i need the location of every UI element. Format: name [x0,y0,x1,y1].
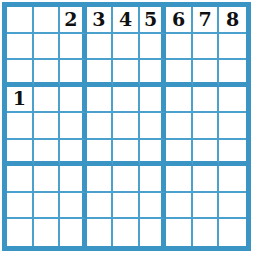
sudoku-cell-r4c8[interactable] [193,87,220,114]
sudoku-cell-r1c7[interactable]: 6 [166,7,193,34]
sudoku-cell-r3c2[interactable] [34,60,61,87]
sudoku-cell-r2c8[interactable] [193,34,220,61]
sudoku-cell-r1c5[interactable]: 4 [113,7,140,34]
sudoku-cell-r4c9[interactable] [219,87,246,114]
sudoku-cell-r2c2[interactable] [34,34,61,61]
sudoku-cell-r8c7[interactable] [166,193,193,220]
sudoku-cell-r8c4[interactable] [87,193,114,220]
sudoku-cell-r5c6[interactable] [140,113,167,140]
sudoku-cell-r5c8[interactable] [193,113,220,140]
sudoku-cell-r3c4[interactable] [87,60,114,87]
sudoku-cell-r2c4[interactable] [87,34,114,61]
sudoku-cell-r5c5[interactable] [113,113,140,140]
sudoku-cell-r1c8[interactable]: 7 [193,7,220,34]
sudoku-cell-r9c2[interactable] [34,219,61,246]
sudoku-cell-r6c3[interactable] [60,140,87,167]
sudoku-cell-r3c7[interactable] [166,60,193,87]
sudoku-cell-r2c7[interactable] [166,34,193,61]
sudoku-cell-r6c2[interactable] [34,140,61,167]
sudoku-cell-r9c4[interactable] [87,219,114,246]
sudoku-cell-r9c8[interactable] [193,219,220,246]
sudoku-cell-r2c5[interactable] [113,34,140,61]
sudoku-cell-r4c5[interactable] [113,87,140,114]
sudoku-cell-r6c1[interactable] [7,140,34,167]
sudoku-cell-r6c6[interactable] [140,140,167,167]
sudoku-cell-r7c1[interactable] [7,166,34,193]
sudoku-cell-r9c9[interactable] [219,219,246,246]
sudoku-cell-r7c6[interactable] [140,166,167,193]
sudoku-cell-r3c1[interactable] [7,60,34,87]
sudoku-cell-r6c5[interactable] [113,140,140,167]
sudoku-cell-r3c6[interactable] [140,60,167,87]
sudoku-cell-r1c1[interactable] [7,7,34,34]
sudoku-cell-r6c7[interactable] [166,140,193,167]
sudoku-cell-r7c5[interactable] [113,166,140,193]
sudoku-cell-r2c6[interactable] [140,34,167,61]
sudoku-cell-r9c3[interactable] [60,219,87,246]
sudoku-cell-r2c9[interactable] [219,34,246,61]
sudoku-cell-r5c9[interactable] [219,113,246,140]
sudoku-cell-r7c8[interactable] [193,166,220,193]
sudoku-cell-r6c8[interactable] [193,140,220,167]
sudoku-cell-r1c6[interactable]: 5 [140,7,167,34]
sudoku-cell-r8c1[interactable] [7,193,34,220]
sudoku-board: 23456781 [2,2,251,251]
sudoku-cell-r2c3[interactable] [60,34,87,61]
sudoku-cell-r4c4[interactable] [87,87,114,114]
sudoku-cell-r4c7[interactable] [166,87,193,114]
sudoku-cell-r8c2[interactable] [34,193,61,220]
sudoku-cell-r8c3[interactable] [60,193,87,220]
sudoku-cell-r9c1[interactable] [7,219,34,246]
sudoku-cell-r9c6[interactable] [140,219,167,246]
sudoku-cell-r2c1[interactable] [7,34,34,61]
sudoku-cell-r3c3[interactable] [60,60,87,87]
sudoku-cell-r1c3[interactable]: 2 [60,7,87,34]
sudoku-cell-r5c2[interactable] [34,113,61,140]
sudoku-cell-r5c1[interactable] [7,113,34,140]
sudoku-cell-r5c7[interactable] [166,113,193,140]
sudoku-cell-r6c9[interactable] [219,140,246,167]
sudoku-cell-r3c5[interactable] [113,60,140,87]
sudoku-cell-r8c6[interactable] [140,193,167,220]
sudoku-cell-r4c1[interactable]: 1 [7,87,34,114]
sudoku-cell-r4c6[interactable] [140,87,167,114]
sudoku-cell-r3c9[interactable] [219,60,246,87]
sudoku-cell-r7c9[interactable] [219,166,246,193]
sudoku-cell-r6c4[interactable] [87,140,114,167]
sudoku-cell-r4c2[interactable] [34,87,61,114]
sudoku-cell-r1c9[interactable]: 8 [219,7,246,34]
sudoku-cell-r7c2[interactable] [34,166,61,193]
sudoku-cell-r8c9[interactable] [219,193,246,220]
sudoku-cell-r9c7[interactable] [166,219,193,246]
sudoku-cell-r4c3[interactable] [60,87,87,114]
sudoku-cell-r3c8[interactable] [193,60,220,87]
sudoku-cell-r5c4[interactable] [87,113,114,140]
sudoku-cell-r1c4[interactable]: 3 [87,7,114,34]
sudoku-cell-r7c4[interactable] [87,166,114,193]
sudoku-cell-r7c3[interactable] [60,166,87,193]
sudoku-cell-r8c8[interactable] [193,193,220,220]
sudoku-cell-r5c3[interactable] [60,113,87,140]
sudoku-cell-r7c7[interactable] [166,166,193,193]
sudoku-cell-r8c5[interactable] [113,193,140,220]
sudoku-cell-r1c2[interactable] [34,7,61,34]
sudoku-cell-r9c5[interactable] [113,219,140,246]
